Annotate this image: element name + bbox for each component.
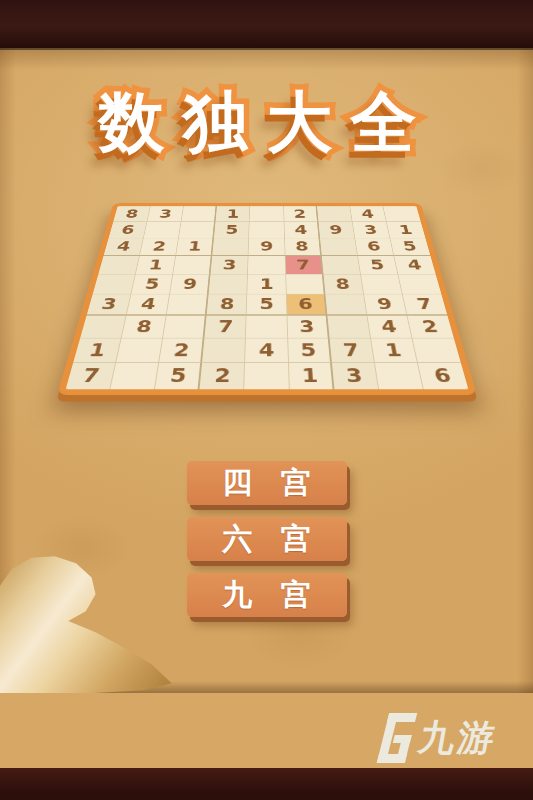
cell-r2c9: 1 — [387, 222, 426, 238]
cell-r7c2: 8 — [122, 316, 167, 339]
cell-r8c1: 1 — [73, 338, 121, 362]
cell-r3c4 — [213, 238, 250, 256]
cell-r5c1 — [93, 274, 136, 294]
cell-r7c4: 7 — [205, 316, 247, 339]
cell-r8c9 — [412, 338, 460, 362]
cell-r9c3: 5 — [155, 363, 202, 389]
cell-r5c9 — [398, 274, 441, 294]
9game-logo[interactable]: 九游 — [379, 713, 497, 763]
cell-r6c8: 9 — [364, 294, 407, 315]
cell-r5c6 — [286, 274, 325, 294]
cell-r4c7 — [321, 256, 360, 275]
top-wood-frame — [0, 0, 533, 48]
cell-r3c2: 2 — [140, 238, 179, 256]
cell-r7c8: 4 — [367, 316, 412, 339]
cell-r1c3 — [182, 206, 218, 222]
cell-r5c8 — [361, 274, 403, 294]
cell-r3c5: 9 — [249, 238, 285, 256]
cell-r2c5 — [249, 222, 284, 238]
9game-logo-text: 九游 — [415, 714, 502, 763]
cell-r1c5 — [250, 206, 284, 222]
cell-r1c2: 3 — [147, 206, 184, 222]
9game-logo-icon — [373, 713, 417, 763]
cell-r9c5 — [245, 363, 290, 389]
cell-r3c9: 5 — [390, 238, 430, 256]
cell-r8c7: 7 — [329, 338, 374, 362]
nine-grid-button-label: 九宫 — [222, 575, 339, 616]
app-screen: 数独大全 83124654931421986513754591834856978… — [0, 0, 533, 800]
cell-r1c4: 1 — [216, 206, 251, 222]
cell-r8c6: 5 — [288, 338, 332, 362]
cell-r3c6: 8 — [285, 238, 322, 256]
cell-r5c7: 8 — [323, 274, 364, 294]
cell-r4c6: 7 — [285, 256, 323, 275]
cell-r4c8: 5 — [358, 256, 398, 275]
cell-r9c6: 1 — [289, 363, 335, 389]
cell-r7c1 — [80, 316, 127, 339]
six-grid-button-label: 六宫 — [222, 519, 339, 560]
bottom-dark-strip — [0, 768, 533, 800]
cell-r9c8 — [375, 363, 424, 389]
cell-r1c1: 8 — [113, 206, 151, 222]
cell-r2c8: 3 — [352, 222, 390, 238]
cell-r7c7 — [327, 316, 371, 339]
paper-background: 数独大全 83124654931421986513754591834856978… — [0, 48, 533, 693]
bottom-wood-frame: 九游 — [0, 693, 533, 800]
cell-r7c5 — [246, 316, 288, 339]
four-grid-button[interactable]: 四宫 — [187, 461, 347, 505]
cell-r8c2 — [116, 338, 163, 362]
cell-r3c7 — [320, 238, 358, 256]
page-title: 数独大全 — [0, 78, 533, 168]
cell-r2c4: 5 — [214, 222, 250, 238]
cell-r6c2: 4 — [127, 294, 170, 315]
cell-r2c3 — [179, 222, 216, 238]
cell-r4c3 — [173, 256, 212, 275]
cell-r6c7 — [325, 294, 367, 315]
cell-r9c4: 2 — [200, 363, 246, 389]
cell-r8c3: 2 — [159, 338, 204, 362]
cell-r4c4: 3 — [211, 256, 249, 275]
cell-r6c6: 6 — [286, 294, 327, 315]
cell-r3c8: 6 — [355, 238, 394, 256]
cell-r1c8: 4 — [350, 206, 387, 222]
cell-r2c7: 9 — [318, 222, 355, 238]
cell-r2c1: 6 — [109, 222, 148, 238]
cell-r8c5: 4 — [245, 338, 288, 362]
cell-r1c6: 2 — [284, 206, 319, 222]
cell-r7c6: 3 — [287, 316, 329, 339]
nine-grid-button[interactable]: 九宫 — [187, 573, 347, 617]
cell-r1c7 — [317, 206, 353, 222]
cell-r9c7: 3 — [332, 363, 379, 389]
cell-r9c2 — [110, 363, 159, 389]
cell-r6c3 — [167, 294, 209, 315]
four-grid-button-label: 四宫 — [222, 463, 339, 504]
cell-r4c9: 4 — [394, 256, 436, 275]
cell-r6c4: 8 — [207, 294, 248, 315]
cell-r6c5: 5 — [247, 294, 287, 315]
cell-r7c9: 2 — [407, 316, 454, 339]
cell-r8c4 — [202, 338, 246, 362]
cell-r3c1: 4 — [104, 238, 144, 256]
cell-r5c5: 1 — [248, 274, 287, 294]
cell-r4c2: 1 — [136, 256, 176, 275]
cell-r7c3 — [163, 316, 207, 339]
cell-r5c3: 9 — [170, 274, 211, 294]
cell-r2c2 — [144, 222, 182, 238]
cell-r5c2: 5 — [131, 274, 173, 294]
difficulty-menu: 四宫 六宫 九宫 — [0, 461, 533, 617]
cell-r6c1: 3 — [87, 294, 132, 315]
cell-r6c9: 7 — [403, 294, 448, 315]
cell-r4c1 — [98, 256, 140, 275]
cell-r2c6: 4 — [284, 222, 320, 238]
sudoku-grid: 8312465493142198651375459183485697873421… — [57, 203, 477, 395]
cell-r8c8: 1 — [371, 338, 418, 362]
cell-r3c3: 1 — [176, 238, 214, 256]
cell-r9c1: 7 — [66, 363, 117, 389]
cell-r4c5 — [248, 256, 285, 275]
six-grid-button[interactable]: 六宫 — [187, 517, 347, 561]
cell-r9c9: 6 — [418, 363, 469, 389]
cell-r5c4 — [209, 274, 248, 294]
cell-r1c9 — [383, 206, 421, 222]
